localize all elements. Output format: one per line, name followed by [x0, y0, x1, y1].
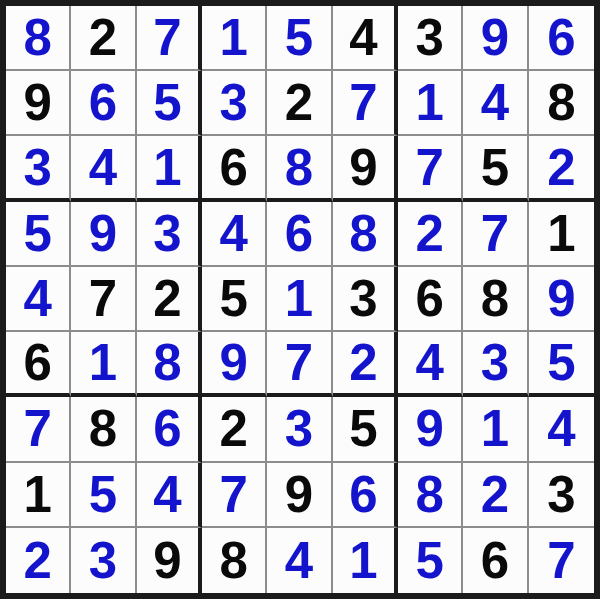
- cell-r9c7[interactable]: 5: [398, 528, 463, 593]
- solved-digit: 4: [153, 469, 181, 520]
- solved-digit: 5: [153, 77, 181, 128]
- given-digit: 3: [415, 12, 443, 63]
- cell-r2c2[interactable]: 6: [71, 71, 136, 136]
- given-digit: 9: [349, 142, 377, 193]
- cell-r9c1[interactable]: 2: [6, 528, 71, 593]
- cell-r5c8[interactable]: 8: [463, 267, 528, 332]
- cell-r1c9[interactable]: 6: [529, 6, 594, 71]
- solved-digit: 9: [481, 12, 509, 63]
- solved-digit: 8: [285, 142, 313, 193]
- given-digit: 6: [481, 535, 509, 586]
- cell-r2c7[interactable]: 1: [398, 71, 463, 136]
- given-digit: 5: [219, 273, 247, 324]
- given-digit: 2: [285, 77, 313, 128]
- cell-r2c3[interactable]: 5: [137, 71, 202, 136]
- cell-r5c7[interactable]: 6: [398, 267, 463, 332]
- cell-r2c8[interactable]: 4: [463, 71, 528, 136]
- cell-r9c5[interactable]: 4: [267, 528, 332, 593]
- cell-r9c2[interactable]: 3: [71, 528, 136, 593]
- cell-r7c8[interactable]: 1: [463, 397, 528, 462]
- cell-r6c9[interactable]: 5: [529, 332, 594, 397]
- given-digit: 6: [23, 337, 51, 388]
- given-digit: 1: [547, 208, 575, 259]
- cell-r6c7[interactable]: 4: [398, 332, 463, 397]
- cell-r6c3[interactable]: 8: [137, 332, 202, 397]
- cell-r8c2[interactable]: 5: [71, 463, 136, 528]
- sudoku-board: 8271543969653271483416897525934682714725…: [0, 0, 600, 599]
- cell-r9c3[interactable]: 9: [137, 528, 202, 593]
- cell-r1c2[interactable]: 2: [71, 6, 136, 71]
- given-digit: 3: [547, 469, 575, 520]
- solved-digit: 8: [153, 337, 181, 388]
- solved-digit: 2: [481, 469, 509, 520]
- cell-r8c9[interactable]: 3: [529, 463, 594, 528]
- given-digit: 2: [89, 12, 117, 63]
- solved-digit: 7: [285, 337, 313, 388]
- given-digit: 9: [23, 77, 51, 128]
- cell-r2c4[interactable]: 3: [202, 71, 267, 136]
- solved-digit: 3: [285, 403, 313, 454]
- cell-r6c1[interactable]: 6: [6, 332, 71, 397]
- solved-digit: 4: [23, 273, 51, 324]
- solved-digit: 6: [349, 469, 377, 520]
- solved-digit: 1: [89, 337, 117, 388]
- sudoku-page: 8271543969653271483416897525934682714725…: [0, 0, 600, 599]
- cell-r6c5[interactable]: 7: [267, 332, 332, 397]
- cell-r3c5[interactable]: 8: [267, 136, 332, 201]
- cell-r7c4[interactable]: 2: [202, 397, 267, 462]
- cell-r1c5[interactable]: 5: [267, 6, 332, 71]
- solved-digit: 8: [23, 12, 51, 63]
- cell-r9c8[interactable]: 6: [463, 528, 528, 593]
- cell-r2c1[interactable]: 9: [6, 71, 71, 136]
- solved-digit: 3: [481, 337, 509, 388]
- solved-digit: 9: [89, 208, 117, 259]
- solved-digit: 1: [349, 535, 377, 586]
- solved-digit: 7: [219, 469, 247, 520]
- solved-digit: 2: [23, 535, 51, 586]
- cell-r9c4[interactable]: 8: [202, 528, 267, 593]
- cell-r3c9[interactable]: 2: [529, 136, 594, 201]
- cell-r5c4[interactable]: 5: [202, 267, 267, 332]
- given-digit: 9: [285, 469, 313, 520]
- cell-r8c5[interactable]: 9: [267, 463, 332, 528]
- given-digit: 6: [219, 142, 247, 193]
- cell-r1c3[interactable]: 7: [137, 6, 202, 71]
- cell-r7c1[interactable]: 7: [6, 397, 71, 462]
- cell-r7c7[interactable]: 9: [398, 397, 463, 462]
- cell-r2c6[interactable]: 7: [333, 71, 398, 136]
- solved-digit: 1: [415, 77, 443, 128]
- solved-digit: 5: [285, 12, 313, 63]
- solved-digit: 3: [219, 77, 247, 128]
- solved-digit: 5: [89, 469, 117, 520]
- cell-r9c6[interactable]: 1: [333, 528, 398, 593]
- cell-r3c8[interactable]: 5: [463, 136, 528, 201]
- cell-r6c6[interactable]: 2: [333, 332, 398, 397]
- cell-r3c6[interactable]: 9: [333, 136, 398, 201]
- cell-r8c3[interactable]: 4: [137, 463, 202, 528]
- given-digit: 6: [415, 273, 443, 324]
- cell-r3c1[interactable]: 3: [6, 136, 71, 201]
- cell-r8c6[interactable]: 6: [333, 463, 398, 528]
- given-digit: 5: [349, 403, 377, 454]
- solved-digit: 1: [481, 403, 509, 454]
- cell-r4c1[interactable]: 5: [6, 202, 71, 267]
- cell-r7c6[interactable]: 5: [333, 397, 398, 462]
- solved-digit: 5: [547, 337, 575, 388]
- solved-digit: 7: [23, 403, 51, 454]
- solved-digit: 2: [349, 337, 377, 388]
- solved-digit: 7: [481, 208, 509, 259]
- cell-r1c8[interactable]: 9: [463, 6, 528, 71]
- cell-r2c5[interactable]: 2: [267, 71, 332, 136]
- solved-digit: 1: [219, 12, 247, 63]
- solved-digit: 4: [219, 208, 247, 259]
- cell-r4c8[interactable]: 7: [463, 202, 528, 267]
- given-digit: 8: [89, 403, 117, 454]
- solved-digit: 9: [547, 273, 575, 324]
- given-digit: 5: [481, 142, 509, 193]
- given-digit: 9: [153, 535, 181, 586]
- cell-r5c2[interactable]: 7: [71, 267, 136, 332]
- cell-r3c4[interactable]: 6: [202, 136, 267, 201]
- cell-r8c7[interactable]: 8: [398, 463, 463, 528]
- given-digit: 8: [547, 77, 575, 128]
- cell-r8c4[interactable]: 7: [202, 463, 267, 528]
- solved-digit: 4: [89, 142, 117, 193]
- cell-r8c8[interactable]: 2: [463, 463, 528, 528]
- cell-r5c9[interactable]: 9: [529, 267, 594, 332]
- cell-r5c1[interactable]: 4: [6, 267, 71, 332]
- cell-r5c3[interactable]: 2: [137, 267, 202, 332]
- solved-digit: 7: [547, 535, 575, 586]
- solved-digit: 9: [415, 403, 443, 454]
- solved-digit: 3: [153, 208, 181, 259]
- solved-digit: 6: [547, 12, 575, 63]
- cell-r7c2[interactable]: 8: [71, 397, 136, 462]
- cell-r7c9[interactable]: 4: [529, 397, 594, 462]
- cell-r3c3[interactable]: 1: [137, 136, 202, 201]
- cell-r8c1[interactable]: 1: [6, 463, 71, 528]
- given-digit: 8: [481, 273, 509, 324]
- cell-r4c6[interactable]: 8: [333, 202, 398, 267]
- cell-r2c9[interactable]: 8: [529, 71, 594, 136]
- solved-digit: 3: [23, 142, 51, 193]
- cell-r4c5[interactable]: 6: [267, 202, 332, 267]
- solved-digit: 4: [415, 337, 443, 388]
- solved-digit: 6: [285, 208, 313, 259]
- cell-r7c5[interactable]: 3: [267, 397, 332, 462]
- cell-r1c6[interactable]: 4: [333, 6, 398, 71]
- cell-r4c3[interactable]: 3: [137, 202, 202, 267]
- cell-r5c6[interactable]: 3: [333, 267, 398, 332]
- cell-r7c3[interactable]: 6: [137, 397, 202, 462]
- solved-digit: 5: [23, 208, 51, 259]
- cell-r9c9[interactable]: 7: [529, 528, 594, 593]
- solved-digit: 3: [89, 535, 117, 586]
- solved-digit: 7: [153, 12, 181, 63]
- given-digit: 8: [219, 535, 247, 586]
- cell-r6c2[interactable]: 1: [71, 332, 136, 397]
- cell-r4c4[interactable]: 4: [202, 202, 267, 267]
- given-digit: 4: [349, 12, 377, 63]
- solved-digit: 1: [153, 142, 181, 193]
- given-digit: 7: [89, 273, 117, 324]
- given-digit: 3: [349, 273, 377, 324]
- given-digit: 2: [219, 403, 247, 454]
- cell-r1c4[interactable]: 1: [202, 6, 267, 71]
- solved-digit: 2: [415, 208, 443, 259]
- solved-digit: 4: [285, 535, 313, 586]
- solved-digit: 9: [219, 337, 247, 388]
- cell-r1c7[interactable]: 3: [398, 6, 463, 71]
- solved-digit: 8: [415, 469, 443, 520]
- cell-r6c8[interactable]: 3: [463, 332, 528, 397]
- cell-r5c5[interactable]: 1: [267, 267, 332, 332]
- solved-digit: 1: [285, 273, 313, 324]
- solved-digit: 4: [547, 403, 575, 454]
- solved-digit: 7: [349, 77, 377, 128]
- solved-digit: 5: [415, 535, 443, 586]
- solved-digit: 6: [89, 77, 117, 128]
- given-digit: 1: [23, 469, 51, 520]
- cell-r6c4[interactable]: 9: [202, 332, 267, 397]
- cell-r1c1[interactable]: 8: [6, 6, 71, 71]
- solved-digit: 7: [415, 142, 443, 193]
- solved-digit: 2: [547, 142, 575, 193]
- solved-digit: 8: [349, 208, 377, 259]
- cell-r3c7[interactable]: 7: [398, 136, 463, 201]
- cell-r4c2[interactable]: 9: [71, 202, 136, 267]
- cell-r4c9[interactable]: 1: [529, 202, 594, 267]
- cell-r4c7[interactable]: 2: [398, 202, 463, 267]
- solved-digit: 6: [153, 403, 181, 454]
- given-digit: 2: [153, 273, 181, 324]
- cell-r3c2[interactable]: 4: [71, 136, 136, 201]
- solved-digit: 4: [481, 77, 509, 128]
